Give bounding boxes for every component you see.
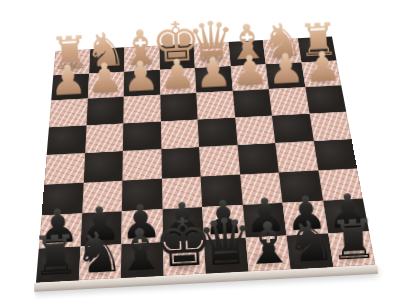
board-wrap: ♜♞♝♚♛♝♞♜♟♟♟♟♟♟♟♟♟♟♟♟♟♟♟♟♜♞♝♚♛♝♞♜ bbox=[6, 36, 394, 293]
square-r2c8: ♟ bbox=[301, 60, 341, 87]
square-r4c3 bbox=[123, 121, 161, 151]
square-r5c8 bbox=[313, 139, 357, 170]
square-r4c2 bbox=[85, 123, 124, 153]
chess-set-photo: ♜♞♝♚♛♝♞♜♟♟♟♟♟♟♟♟♟♟♟♟♟♟♟♟♜♞♝♚♛♝♞♜ bbox=[0, 0, 400, 307]
square-r3c6 bbox=[232, 89, 271, 117]
square-r3c4 bbox=[160, 93, 198, 121]
square-r4c5 bbox=[198, 117, 238, 147]
square-r3c5 bbox=[196, 91, 235, 119]
square-r5c6 bbox=[237, 143, 279, 174]
black-rook: ♜ bbox=[318, 212, 387, 269]
square-r4c6 bbox=[235, 115, 276, 145]
white-pawn: ♟ bbox=[293, 45, 352, 89]
square-r4c8 bbox=[309, 111, 351, 141]
square-r4c4 bbox=[160, 119, 199, 149]
square-r4c1 bbox=[47, 125, 86, 155]
board-perspective: ♜♞♝♚♛♝♞♜♟♟♟♟♟♟♟♟♟♟♟♟♟♟♟♟♜♞♝♚♛♝♞♜ bbox=[6, 36, 394, 293]
square-r3c1 bbox=[49, 99, 87, 127]
square-r5c4 bbox=[161, 147, 201, 178]
square-r3c8 bbox=[305, 85, 346, 113]
square-r5c3 bbox=[122, 149, 161, 180]
square-r5c1 bbox=[44, 153, 85, 184]
square-r3c2 bbox=[86, 97, 124, 125]
square-r4c7 bbox=[272, 113, 313, 143]
square-r3c7 bbox=[269, 87, 309, 115]
chess-board: ♜♞♝♚♛♝♞♜♟♟♟♟♟♟♟♟♟♟♟♟♟♟♟♟♜♞♝♚♛♝♞♜ bbox=[36, 36, 376, 282]
square-r3c3 bbox=[123, 95, 160, 123]
square-r5c2 bbox=[83, 151, 123, 182]
square-r8c8: ♜ bbox=[328, 231, 376, 267]
square-r5c7 bbox=[275, 141, 318, 172]
square-r5c5 bbox=[199, 145, 240, 176]
